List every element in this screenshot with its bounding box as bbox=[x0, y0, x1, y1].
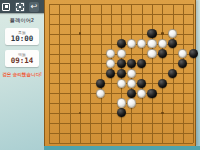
black-stone bbox=[189, 49, 198, 58]
grid-line-v bbox=[162, 4, 163, 143]
info-panel: 플레이어2 흑돌 10:00 백돌 09:14 검은 승리했습니다! bbox=[0, 13, 44, 150]
star-point bbox=[79, 32, 82, 35]
white-stone bbox=[127, 98, 136, 107]
undo-icon: ↩ bbox=[31, 2, 38, 10]
grid-line-v bbox=[183, 4, 184, 143]
black-stone bbox=[117, 59, 126, 68]
white-stone bbox=[127, 39, 136, 48]
board-button[interactable] bbox=[1, 2, 11, 12]
black-stone bbox=[117, 108, 126, 117]
toolbar: ↩ bbox=[0, 0, 44, 13]
grid-line-v bbox=[152, 4, 153, 143]
background-accent bbox=[44, 146, 200, 150]
black-stone bbox=[147, 89, 156, 98]
player-name: 플레이어2 bbox=[0, 17, 44, 23]
black-stone bbox=[96, 79, 105, 88]
white-stone bbox=[137, 39, 146, 48]
black-stone bbox=[127, 59, 136, 68]
black-timer-value: 10:00 bbox=[5, 35, 39, 43]
status-message: 검은 승리했습니다! bbox=[0, 72, 44, 77]
white-stone bbox=[147, 39, 156, 48]
omok-game-window: ↩ 플레이어2 흑돌 10:00 백돌 09:14 검은 승리했습니다! bbox=[0, 0, 200, 150]
white-stone bbox=[168, 29, 177, 38]
white-stone bbox=[158, 39, 167, 48]
black-stone bbox=[137, 59, 146, 68]
black-stone bbox=[117, 39, 126, 48]
star-point bbox=[161, 112, 164, 115]
settings-icon bbox=[16, 3, 24, 11]
white-stone bbox=[127, 79, 136, 88]
white-stone bbox=[127, 69, 136, 78]
white-stone bbox=[137, 89, 146, 98]
black-stone bbox=[178, 59, 187, 68]
white-stone bbox=[117, 98, 126, 107]
black-stone bbox=[168, 39, 177, 48]
white-stone bbox=[178, 49, 187, 58]
board-icon bbox=[2, 3, 10, 11]
black-stone bbox=[127, 89, 136, 98]
game-board[interactable] bbox=[44, 0, 196, 146]
star-point bbox=[161, 32, 164, 35]
grid-line-h bbox=[49, 93, 193, 94]
black-stone bbox=[158, 49, 167, 58]
grid-line-h bbox=[49, 133, 193, 134]
white-stone bbox=[106, 59, 115, 68]
black-stone bbox=[106, 69, 115, 78]
white-timer-card: 백돌 09:14 bbox=[5, 50, 39, 67]
grid-line-v bbox=[193, 4, 194, 143]
grid-line-h bbox=[49, 143, 193, 144]
black-stone bbox=[117, 69, 126, 78]
black-stone bbox=[158, 79, 167, 88]
black-stone bbox=[168, 69, 177, 78]
white-stone bbox=[147, 49, 156, 58]
grid-line-v bbox=[142, 4, 143, 143]
black-timer-card: 흑돌 10:00 bbox=[5, 28, 39, 45]
black-stone bbox=[137, 79, 146, 88]
settings-button[interactable] bbox=[15, 2, 25, 12]
black-stone bbox=[147, 29, 156, 38]
white-stone bbox=[117, 79, 126, 88]
grid-line-h bbox=[49, 123, 193, 124]
white-stone bbox=[117, 49, 126, 58]
white-stone bbox=[96, 89, 105, 98]
white-timer-value: 09:14 bbox=[5, 57, 39, 65]
undo-button[interactable]: ↩ bbox=[29, 2, 39, 12]
white-stone bbox=[106, 49, 115, 58]
